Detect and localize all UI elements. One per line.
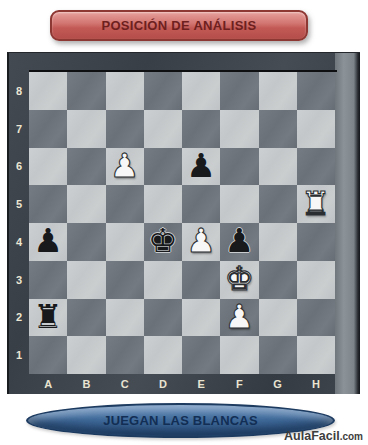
square-c7 [106, 110, 144, 148]
square-h3 [297, 261, 335, 299]
square-a4: ♟ [29, 223, 67, 261]
square-f8 [220, 72, 258, 110]
square-c8 [106, 72, 144, 110]
piece-white-pawn: ♟ [186, 224, 216, 257]
rank-label-4: 4 [9, 223, 29, 261]
square-h2 [297, 299, 335, 337]
rank-label-3: 3 [9, 261, 29, 299]
square-d6 [144, 148, 182, 186]
file-label-e: E [182, 374, 220, 393]
square-e6: ♟ [182, 148, 220, 186]
square-f1 [220, 336, 258, 374]
square-h1 [297, 336, 335, 374]
square-d4: ♚ [144, 223, 182, 261]
square-d3 [144, 261, 182, 299]
board-frame-right-edge [335, 53, 360, 394]
turn-banner-label: JUEGAN LAS BLANCAS [103, 413, 258, 428]
piece-white-rook: ♜ [301, 187, 331, 220]
piece-black-king: ♚ [148, 224, 178, 257]
brand-suffix: .com [340, 431, 363, 442]
square-d1 [144, 336, 182, 374]
square-d2 [144, 299, 182, 337]
square-f7 [220, 110, 258, 148]
file-label-a: A [29, 374, 67, 393]
square-e7 [182, 110, 220, 148]
square-h6 [297, 148, 335, 186]
square-g1 [259, 336, 297, 374]
file-label-h: H [297, 374, 335, 393]
piece-black-pawn: ♟ [225, 224, 255, 257]
square-g3 [259, 261, 297, 299]
rank-label-1: 1 [9, 336, 29, 374]
square-e4: ♟ [182, 223, 220, 261]
rank-label-5: 5 [9, 185, 29, 223]
square-g6 [259, 148, 297, 186]
square-g8 [259, 72, 297, 110]
square-g7 [259, 110, 297, 148]
rank-label-8: 8 [9, 72, 29, 110]
file-label-g: G [259, 374, 297, 393]
square-b1 [67, 336, 105, 374]
brand-aulafacil: AulaFacil.com [284, 426, 363, 444]
square-h5: ♜ [297, 185, 335, 223]
file-label-f: F [220, 374, 258, 393]
square-b2 [67, 299, 105, 337]
square-a3 [29, 261, 67, 299]
file-labels: ABCDEFGH [29, 374, 335, 393]
file-label-b: B [67, 374, 105, 393]
square-f2: ♟ [220, 299, 258, 337]
square-h4 [297, 223, 335, 261]
piece-white-pawn: ♟ [110, 149, 140, 182]
square-a2: ♜ [29, 299, 67, 337]
analysis-diagram: POSICIÓN DE ANÁLISIS 87654321 ♟♟♜♟♚♟♟♚♜♟… [0, 0, 368, 445]
square-a6 [29, 148, 67, 186]
file-label-c: C [106, 374, 144, 393]
square-a1 [29, 336, 67, 374]
square-e2 [182, 299, 220, 337]
square-d5 [144, 185, 182, 223]
square-e5 [182, 185, 220, 223]
title-banner-label: POSICIÓN DE ANÁLISIS [101, 18, 256, 33]
rank-labels: 87654321 [9, 72, 29, 374]
square-c4 [106, 223, 144, 261]
title-banner: POSICIÓN DE ANÁLISIS [50, 10, 308, 41]
piece-black-rook: ♜ [33, 300, 63, 333]
square-d7 [144, 110, 182, 148]
square-c6: ♟ [106, 148, 144, 186]
square-e1 [182, 336, 220, 374]
square-b8 [67, 72, 105, 110]
piece-white-pawn: ♟ [225, 300, 255, 333]
square-f4: ♟ [220, 223, 258, 261]
square-b3 [67, 261, 105, 299]
square-h7 [297, 110, 335, 148]
square-c3 [106, 261, 144, 299]
square-f3: ♚ [220, 261, 258, 299]
square-c2 [106, 299, 144, 337]
board-squares: ♟♟♜♟♚♟♟♚♜♟ [29, 72, 335, 374]
square-g2 [259, 299, 297, 337]
brand-name: AulaFacil [284, 429, 340, 443]
rank-label-6: 6 [9, 148, 29, 186]
square-a7 [29, 110, 67, 148]
square-c5 [106, 185, 144, 223]
square-b6 [67, 148, 105, 186]
rank-label-2: 2 [9, 299, 29, 337]
chess-board-frame: 87654321 ♟♟♜♟♚♟♟♚♜♟ ABCDEFGH [7, 52, 360, 394]
square-b4 [67, 223, 105, 261]
square-a8 [29, 72, 67, 110]
square-b7 [67, 110, 105, 148]
square-a5 [29, 185, 67, 223]
square-f5 [220, 185, 258, 223]
square-d8 [144, 72, 182, 110]
square-c1 [106, 336, 144, 374]
rank-label-7: 7 [9, 110, 29, 148]
piece-white-king: ♚ [225, 262, 255, 295]
square-e3 [182, 261, 220, 299]
square-h8 [297, 72, 335, 110]
piece-black-pawn: ♟ [33, 224, 63, 257]
square-g4 [259, 223, 297, 261]
square-g5 [259, 185, 297, 223]
file-label-d: D [144, 374, 182, 393]
square-b5 [67, 185, 105, 223]
piece-black-pawn: ♟ [186, 149, 216, 182]
square-e8 [182, 72, 220, 110]
square-f6 [220, 148, 258, 186]
